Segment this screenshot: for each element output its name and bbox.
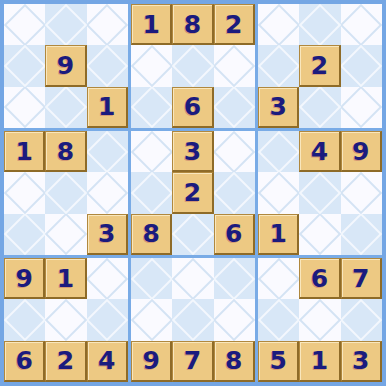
empty-cell-diamond-icon: [131, 258, 172, 299]
empty-cell-diamond-icon: [258, 172, 299, 213]
cell-r6c9[interactable]: [341, 214, 382, 255]
cell-r9c7: 5: [258, 341, 299, 382]
cell-r7c8: 6: [299, 258, 340, 299]
cell-r5c1[interactable]: [4, 172, 45, 213]
empty-cell-diamond-icon: [131, 299, 172, 340]
empty-cell-diamond-icon: [45, 214, 86, 255]
cell-r8c6[interactable]: [214, 299, 255, 340]
cell-r5c9[interactable]: [341, 172, 382, 213]
sudoku-board: 9118262318332864919162497867513: [0, 0, 386, 386]
given-digit: 1: [98, 94, 115, 119]
cell-r6c8[interactable]: [299, 214, 340, 255]
empty-cell-diamond-icon: [258, 258, 299, 299]
cell-r6c1[interactable]: [4, 214, 45, 255]
cell-r2c2: 9: [45, 45, 86, 86]
cell-r7c9: 7: [341, 258, 382, 299]
cell-r8c5[interactable]: [172, 299, 213, 340]
given-digit: 8: [142, 221, 159, 246]
given-digit: 6: [184, 94, 201, 119]
empty-cell-diamond-icon: [4, 4, 45, 45]
cell-r1c4: 1: [131, 4, 172, 45]
empty-cell-diamond-icon: [87, 258, 128, 299]
given-digit: 8: [184, 12, 201, 37]
cell-r6c7: 1: [258, 214, 299, 255]
given-digit: 2: [184, 180, 201, 205]
cell-r3c1[interactable]: [4, 87, 45, 128]
cell-r5c4[interactable]: [131, 172, 172, 213]
empty-cell-diamond-icon: [341, 214, 382, 255]
given-digit: 3: [352, 348, 369, 373]
empty-cell-diamond-icon: [45, 4, 86, 45]
empty-cell-diamond-icon: [214, 131, 255, 172]
cell-r6c3: 3: [87, 214, 128, 255]
cell-r9c1: 6: [4, 341, 45, 382]
cell-r5c7[interactable]: [258, 172, 299, 213]
cell-r9c4: 9: [131, 341, 172, 382]
empty-cell-diamond-icon: [214, 172, 255, 213]
cell-r9c8: 1: [299, 341, 340, 382]
cell-r5c5: 2: [172, 172, 213, 213]
given-digit: 1: [311, 348, 328, 373]
cell-r9c6: 8: [214, 341, 255, 382]
empty-cell-diamond-icon: [131, 131, 172, 172]
empty-cell-diamond-icon: [87, 131, 128, 172]
empty-cell-diamond-icon: [87, 4, 128, 45]
given-digit: 7: [352, 266, 369, 291]
given-digit: 1: [269, 221, 286, 246]
cell-r7c1: 9: [4, 258, 45, 299]
empty-cell-diamond-icon: [4, 214, 45, 255]
sudoku-box-2: 1826: [131, 4, 255, 128]
empty-cell-diamond-icon: [214, 45, 255, 86]
given-digit: 3: [269, 94, 286, 119]
given-digit: 3: [184, 139, 201, 164]
cell-r1c8[interactable]: [299, 4, 340, 45]
sudoku-box-1: 91: [4, 4, 128, 128]
cell-r3c5: 6: [172, 87, 213, 128]
cell-r8c9[interactable]: [341, 299, 382, 340]
given-digit: 6: [15, 348, 32, 373]
cell-r7c5[interactable]: [172, 258, 213, 299]
cell-r8c4[interactable]: [131, 299, 172, 340]
empty-cell-diamond-icon: [45, 172, 86, 213]
cell-r3c3: 1: [87, 87, 128, 128]
cell-r4c3[interactable]: [87, 131, 128, 172]
sudoku-box-9: 67513: [258, 258, 382, 382]
cell-r4c8: 4: [299, 131, 340, 172]
cell-r1c3[interactable]: [87, 4, 128, 45]
cell-r5c3[interactable]: [87, 172, 128, 213]
cell-r1c2[interactable]: [45, 4, 86, 45]
cell-r2c5[interactable]: [172, 45, 213, 86]
given-digit: 2: [225, 12, 242, 37]
given-digit: 9: [15, 266, 32, 291]
empty-cell-diamond-icon: [45, 299, 86, 340]
empty-cell-diamond-icon: [4, 45, 45, 86]
empty-cell-diamond-icon: [258, 45, 299, 86]
empty-cell-diamond-icon: [87, 172, 128, 213]
sudoku-box-8: 978: [131, 258, 255, 382]
cell-r8c7[interactable]: [258, 299, 299, 340]
empty-cell-diamond-icon: [87, 299, 128, 340]
cell-r1c5: 8: [172, 4, 213, 45]
cell-r2c1[interactable]: [4, 45, 45, 86]
given-digit: 3: [98, 221, 115, 246]
sudoku-box-3: 23: [258, 4, 382, 128]
cell-r6c6: 6: [214, 214, 255, 255]
empty-cell-diamond-icon: [299, 214, 340, 255]
given-digit: 9: [57, 53, 74, 78]
cell-r6c5[interactable]: [172, 214, 213, 255]
cell-r2c6[interactable]: [214, 45, 255, 86]
given-digit: 9: [142, 348, 159, 373]
given-digit: 5: [269, 348, 286, 373]
cell-r5c6[interactable]: [214, 172, 255, 213]
given-digit: 6: [225, 221, 242, 246]
empty-cell-diamond-icon: [341, 172, 382, 213]
empty-cell-diamond-icon: [131, 87, 172, 128]
empty-cell-diamond-icon: [341, 299, 382, 340]
cell-r1c6: 2: [214, 4, 255, 45]
empty-cell-diamond-icon: [299, 4, 340, 45]
cell-r8c8[interactable]: [299, 299, 340, 340]
cell-r7c2: 1: [45, 258, 86, 299]
empty-cell-diamond-icon: [341, 87, 382, 128]
cell-r9c2: 2: [45, 341, 86, 382]
given-digit: 9: [352, 139, 369, 164]
cell-r1c1[interactable]: [4, 4, 45, 45]
given-digit: 6: [311, 266, 328, 291]
given-digit: 7: [184, 348, 201, 373]
empty-cell-diamond-icon: [299, 299, 340, 340]
empty-cell-diamond-icon: [131, 45, 172, 86]
cell-r4c6[interactable]: [214, 131, 255, 172]
empty-cell-diamond-icon: [258, 4, 299, 45]
empty-cell-diamond-icon: [341, 45, 382, 86]
given-digit: 2: [57, 348, 74, 373]
empty-cell-diamond-icon: [87, 45, 128, 86]
given-digit: 8: [225, 348, 242, 373]
cell-r2c7[interactable]: [258, 45, 299, 86]
given-digit: 4: [311, 139, 328, 164]
empty-cell-diamond-icon: [258, 131, 299, 172]
cell-r3c4[interactable]: [131, 87, 172, 128]
cell-r7c7[interactable]: [258, 258, 299, 299]
given-digit: 2: [311, 53, 328, 78]
empty-cell-diamond-icon: [214, 87, 255, 128]
empty-cell-diamond-icon: [172, 45, 213, 86]
sudoku-box-5: 3286: [131, 131, 255, 255]
cell-r4c7[interactable]: [258, 131, 299, 172]
cell-r4c2: 8: [45, 131, 86, 172]
cell-r4c4[interactable]: [131, 131, 172, 172]
cell-r6c4: 8: [131, 214, 172, 255]
sudoku-box-7: 91624: [4, 258, 128, 382]
cell-r3c6[interactable]: [214, 87, 255, 128]
cell-r8c2[interactable]: [45, 299, 86, 340]
cell-r6c2[interactable]: [45, 214, 86, 255]
sudoku-box-4: 183: [4, 131, 128, 255]
empty-cell-diamond-icon: [299, 87, 340, 128]
given-digit: 1: [142, 12, 159, 37]
given-digit: 4: [98, 348, 115, 373]
given-digit: 8: [57, 139, 74, 164]
cell-r2c4[interactable]: [131, 45, 172, 86]
empty-cell-diamond-icon: [172, 214, 213, 255]
cell-r1c7[interactable]: [258, 4, 299, 45]
cell-r2c9[interactable]: [341, 45, 382, 86]
empty-cell-diamond-icon: [214, 258, 255, 299]
empty-cell-diamond-icon: [172, 258, 213, 299]
cell-r8c3[interactable]: [87, 299, 128, 340]
cell-r3c8[interactable]: [299, 87, 340, 128]
empty-cell-diamond-icon: [299, 172, 340, 213]
empty-cell-diamond-icon: [214, 299, 255, 340]
cell-r1c9[interactable]: [341, 4, 382, 45]
cell-r2c8: 2: [299, 45, 340, 86]
sudoku-box-6: 491: [258, 131, 382, 255]
cell-r9c5: 7: [172, 341, 213, 382]
cell-r7c4[interactable]: [131, 258, 172, 299]
cell-r3c7: 3: [258, 87, 299, 128]
empty-cell-diamond-icon: [4, 299, 45, 340]
empty-cell-diamond-icon: [4, 172, 45, 213]
cell-r7c6[interactable]: [214, 258, 255, 299]
empty-cell-diamond-icon: [45, 87, 86, 128]
empty-cell-diamond-icon: [172, 299, 213, 340]
empty-cell-diamond-icon: [258, 299, 299, 340]
cell-r3c2[interactable]: [45, 87, 86, 128]
cell-r4c9: 9: [341, 131, 382, 172]
empty-cell-diamond-icon: [131, 172, 172, 213]
empty-cell-diamond-icon: [341, 4, 382, 45]
cell-r4c5: 3: [172, 131, 213, 172]
cell-r9c3: 4: [87, 341, 128, 382]
cell-r5c8[interactable]: [299, 172, 340, 213]
cell-r5c2[interactable]: [45, 172, 86, 213]
given-digit: 1: [15, 139, 32, 164]
cell-r3c9[interactable]: [341, 87, 382, 128]
cell-r7c3[interactable]: [87, 258, 128, 299]
cell-r4c1: 1: [4, 131, 45, 172]
cell-r9c9: 3: [341, 341, 382, 382]
given-digit: 1: [57, 266, 74, 291]
empty-cell-diamond-icon: [4, 87, 45, 128]
cell-r2c3[interactable]: [87, 45, 128, 86]
cell-r8c1[interactable]: [4, 299, 45, 340]
